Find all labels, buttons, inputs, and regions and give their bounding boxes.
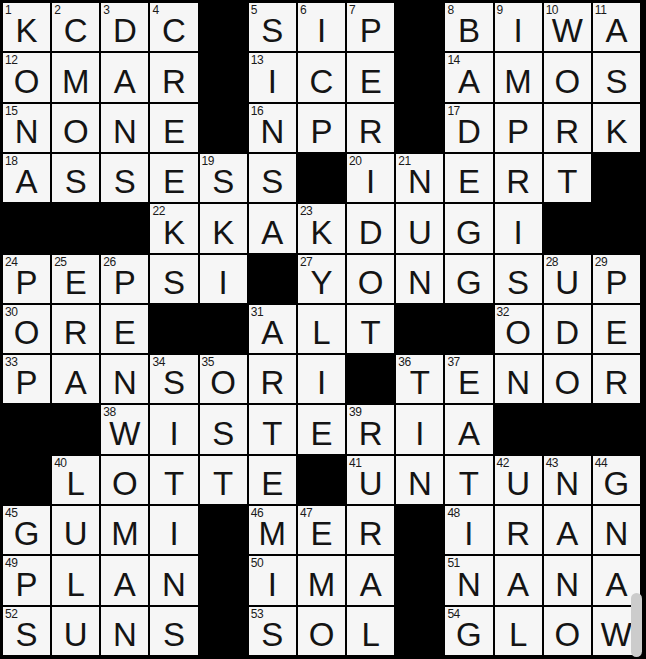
block-cell-r3c5 [200, 104, 247, 152]
cell-letter: N [495, 365, 542, 401]
cell-r8c1[interactable]: 33P [3, 355, 50, 403]
block-cell-r4c13 [593, 154, 640, 202]
cell-r1c2[interactable]: 2C [52, 3, 99, 51]
cell-letter: G [445, 215, 492, 251]
block-cell-r2c9 [396, 53, 443, 101]
cell-letter: N [396, 164, 443, 200]
block-cell-r5c13 [593, 204, 640, 252]
cell-r11c1[interactable]: 45G [3, 506, 50, 554]
block-cell-r13c5 [200, 607, 247, 655]
cell-r6c9[interactable]: N [396, 255, 443, 303]
cell-r10c5[interactable]: T [200, 456, 247, 504]
cell-r8c2[interactable]: A [52, 355, 99, 403]
block-cell-r4c7 [298, 154, 345, 202]
cell-letter: A [3, 164, 50, 200]
cell-r11c8[interactable]: R [347, 506, 394, 554]
cell-r11c2[interactable]: U [52, 506, 99, 554]
cell-r4c4[interactable]: E [150, 154, 197, 202]
cell-letter: L [52, 567, 99, 603]
block-cell-r10c7 [298, 456, 345, 504]
cell-letter: S [3, 617, 50, 653]
cell-letter: L [347, 617, 394, 653]
cell-letter: S [150, 617, 197, 653]
cell-letter: G [593, 466, 640, 502]
cell-r4c10[interactable]: E [445, 154, 492, 202]
cell-letter: E [445, 164, 492, 200]
block-cell-r11c9 [396, 506, 443, 554]
cell-r1c12[interactable]: 10W [544, 3, 591, 51]
cell-letter: P [298, 114, 345, 150]
cell-r6c4[interactable]: S [150, 255, 197, 303]
cell-letter: G [445, 265, 492, 301]
cell-r5c10[interactable]: G [445, 204, 492, 252]
cell-r13c1[interactable]: 52S [3, 607, 50, 655]
cell-r11c4[interactable]: I [150, 506, 197, 554]
cell-r13c7[interactable]: O [298, 607, 345, 655]
cell-letter: M [249, 516, 296, 552]
cell-letter: S [593, 64, 640, 100]
cell-r5c7[interactable]: 23K [298, 204, 345, 252]
cell-letter: I [200, 265, 247, 301]
cell-r13c12[interactable]: O [544, 607, 591, 655]
cell-letter: N [101, 365, 148, 401]
cell-r2c11[interactable]: M [495, 53, 542, 101]
cell-letter: E [347, 64, 394, 100]
cell-r13c2[interactable]: U [52, 607, 99, 655]
cell-letter: A [249, 315, 296, 351]
cell-r2c6[interactable]: 13I [249, 53, 296, 101]
cell-r12c4[interactable]: N [150, 556, 197, 604]
cell-letter: N [249, 114, 296, 150]
cell-r2c10[interactable]: 14A [445, 53, 492, 101]
cell-r8c11[interactable]: N [495, 355, 542, 403]
cell-r1c4[interactable]: 4C [150, 3, 197, 51]
cell-r9c9[interactable]: I [396, 405, 443, 453]
cell-r9c7[interactable]: E [298, 405, 345, 453]
cell-r9c10[interactable]: A [445, 405, 492, 453]
block-cell-r6c6 [249, 255, 296, 303]
cell-r11c6[interactable]: 46M [249, 506, 296, 554]
block-cell-r8c8 [347, 355, 394, 403]
cell-r11c13[interactable]: N [593, 506, 640, 554]
cell-r1c11[interactable]: 9I [495, 3, 542, 51]
crossword-grid: 1K2C3D4C5S6I7P8B9I10W11A12OMAR13ICE14AMO… [3, 3, 640, 655]
cell-letter: O [495, 315, 542, 351]
cell-r5c8[interactable]: D [347, 204, 394, 252]
cell-letter: N [593, 516, 640, 552]
cell-letter: K [3, 13, 50, 49]
cell-letter: M [101, 516, 148, 552]
cell-letter: T [445, 466, 492, 502]
cell-letter: A [101, 567, 148, 603]
cell-letter: S [52, 164, 99, 200]
cell-letter: C [150, 13, 197, 49]
cell-r3c10[interactable]: 17D [445, 104, 492, 152]
cell-letter: S [249, 617, 296, 653]
cell-letter: P [593, 265, 640, 301]
block-cell-r3c9 [396, 104, 443, 152]
cell-letter: O [3, 64, 50, 100]
cell-r7c7[interactable]: L [298, 305, 345, 353]
cell-r2c2[interactable]: M [52, 53, 99, 101]
cell-r2c7[interactable]: C [298, 53, 345, 101]
cell-r10c10[interactable]: T [445, 456, 492, 504]
cell-r1c10[interactable]: 8B [445, 3, 492, 51]
cell-r10c13[interactable]: 44G [593, 456, 640, 504]
cell-r1c7[interactable]: 6I [298, 3, 345, 51]
cell-r6c10[interactable]: G [445, 255, 492, 303]
cell-letter: U [347, 466, 394, 502]
cell-letter: K [150, 215, 197, 251]
cell-r5c4[interactable]: 22K [150, 204, 197, 252]
cell-letter: I [495, 13, 542, 49]
cell-r8c9[interactable]: 36T [396, 355, 443, 403]
cell-r9c6[interactable]: T [249, 405, 296, 453]
cell-r6c1[interactable]: 24P [3, 255, 50, 303]
cell-letter: N [396, 265, 443, 301]
cell-r5c5[interactable]: K [200, 204, 247, 252]
cell-letter: O [544, 64, 591, 100]
cell-r2c8[interactable]: E [347, 53, 394, 101]
cell-r3c7[interactable]: P [298, 104, 345, 152]
cell-letter: R [150, 64, 197, 100]
cell-r3c13[interactable]: K [593, 104, 640, 152]
cell-r12c3[interactable]: A [101, 556, 148, 604]
cell-r9c5[interactable]: S [200, 405, 247, 453]
cell-letter: R [347, 114, 394, 150]
cell-r2c3[interactable]: A [101, 53, 148, 101]
block-cell-r5c2 [52, 204, 99, 252]
block-cell-r9c13 [593, 405, 640, 453]
cell-r1c1[interactable]: 1K [3, 3, 50, 51]
cell-r6c8[interactable]: O [347, 255, 394, 303]
cell-r12c1[interactable]: 49P [3, 556, 50, 604]
cell-letter: T [200, 466, 247, 502]
cell-letter: D [445, 114, 492, 150]
cell-r10c2[interactable]: 40L [52, 456, 99, 504]
cell-r13c11[interactable]: L [495, 607, 542, 655]
cell-letter: O [347, 265, 394, 301]
cell-r6c2[interactable]: 25E [52, 255, 99, 303]
cell-r2c13[interactable]: S [593, 53, 640, 101]
cell-letter: P [3, 567, 50, 603]
cell-letter: N [3, 114, 50, 150]
cell-r3c6[interactable]: 16N [249, 104, 296, 152]
cell-r2c12[interactable]: O [544, 53, 591, 101]
cell-letter: O [200, 365, 247, 401]
block-cell-r9c12 [544, 405, 591, 453]
cell-r11c12[interactable]: A [544, 506, 591, 554]
cell-r11c11[interactable]: R [495, 506, 542, 554]
cell-letter: U [52, 617, 99, 653]
cell-letter: E [150, 114, 197, 150]
cell-letter: O [101, 466, 148, 502]
block-cell-r13c9 [396, 607, 443, 655]
cell-letter: K [200, 215, 247, 251]
cell-r8c12[interactable]: O [544, 355, 591, 403]
cell-letter: E [150, 164, 197, 200]
block-cell-r7c5 [200, 305, 247, 353]
cell-r13c6[interactable]: 53S [249, 607, 296, 655]
block-cell-r9c2 [52, 405, 99, 453]
cell-letter: M [52, 64, 99, 100]
cell-letter: A [101, 64, 148, 100]
block-cell-r7c10 [445, 305, 492, 353]
cell-letter: N [101, 617, 148, 653]
cell-r13c8[interactable]: L [347, 607, 394, 655]
cell-r12c10[interactable]: 51N [445, 556, 492, 604]
cell-r3c2[interactable]: O [52, 104, 99, 152]
cell-letter: S [200, 416, 247, 452]
cell-letter: E [593, 315, 640, 351]
cell-letter: S [200, 164, 247, 200]
cell-letter: A [495, 567, 542, 603]
cell-letter: I [249, 64, 296, 100]
cell-letter: U [52, 516, 99, 552]
cell-letter: T [150, 466, 197, 502]
cell-r6c7[interactable]: 27Y [298, 255, 345, 303]
cell-letter: S [249, 13, 296, 49]
cell-r12c6[interactable]: 50I [249, 556, 296, 604]
cell-r6c12[interactable]: 28U [544, 255, 591, 303]
cell-letter: D [101, 13, 148, 49]
cell-r12c12[interactable]: N [544, 556, 591, 604]
cell-r4c3[interactable]: S [101, 154, 148, 202]
cell-letter: W [544, 13, 591, 49]
cell-letter: I [150, 516, 197, 552]
cell-letter: I [495, 215, 542, 251]
cell-r3c11[interactable]: P [495, 104, 542, 152]
cell-r5c6[interactable]: A [249, 204, 296, 252]
block-cell-r9c1 [3, 405, 50, 453]
cell-letter: N [150, 567, 197, 603]
cell-r7c1[interactable]: 30O [3, 305, 50, 353]
cell-letter: R [347, 516, 394, 552]
cell-r8c6[interactable]: R [249, 355, 296, 403]
cell-letter: I [150, 416, 197, 452]
cell-letter: A [445, 64, 492, 100]
block-cell-r11c5 [200, 506, 247, 554]
cell-letter: P [347, 13, 394, 49]
cell-letter: K [593, 114, 640, 150]
cell-r13c3[interactable]: N [101, 607, 148, 655]
cell-letter: I [249, 567, 296, 603]
block-cell-r7c9 [396, 305, 443, 353]
cell-r10c8[interactable]: 41U [347, 456, 394, 504]
cell-r1c8[interactable]: 7P [347, 3, 394, 51]
block-cell-r2c5 [200, 53, 247, 101]
cell-letter: A [249, 215, 296, 251]
cell-letter: D [544, 315, 591, 351]
cell-letter: B [445, 13, 492, 49]
cell-r3c4[interactable]: E [150, 104, 197, 152]
cell-letter: N [396, 466, 443, 502]
cell-letter: U [495, 466, 542, 502]
cell-r8c4[interactable]: 34S [150, 355, 197, 403]
block-cell-r1c5 [200, 3, 247, 51]
cell-r7c3[interactable]: E [101, 305, 148, 353]
block-cell-r5c3 [101, 204, 148, 252]
cell-letter: D [347, 215, 394, 251]
cell-letter: E [101, 315, 148, 351]
cell-r7c2[interactable]: R [52, 305, 99, 353]
cell-r1c3[interactable]: 3D [101, 3, 148, 51]
cell-letter: R [52, 315, 99, 351]
block-cell-r7c4 [150, 305, 197, 353]
cell-letter: A [593, 13, 640, 49]
cell-r3c1[interactable]: 15N [3, 104, 50, 152]
cell-r11c10[interactable]: 48I [445, 506, 492, 554]
cell-r13c4[interactable]: S [150, 607, 197, 655]
cell-r2c4[interactable]: R [150, 53, 197, 101]
cell-letter: I [396, 416, 443, 452]
cell-letter: C [298, 64, 345, 100]
cell-r3c3[interactable]: N [101, 104, 148, 152]
cell-r10c9[interactable]: N [396, 456, 443, 504]
cell-letter: M [298, 567, 345, 603]
cell-r8c7[interactable]: I [298, 355, 345, 403]
cell-r9c3[interactable]: 38W [101, 405, 148, 453]
cell-letter: N [544, 466, 591, 502]
cell-r1c13[interactable]: 11A [593, 3, 640, 51]
cell-r10c12[interactable]: 43N [544, 456, 591, 504]
cell-r4c6[interactable]: S [249, 154, 296, 202]
cell-letter: S [101, 164, 148, 200]
cell-letter: I [298, 365, 345, 401]
block-cell-r9c11 [495, 405, 542, 453]
cell-r2c1[interactable]: 12O [3, 53, 50, 101]
cell-letter: A [544, 516, 591, 552]
cell-r7c13[interactable]: E [593, 305, 640, 353]
cell-r3c8[interactable]: R [347, 104, 394, 152]
cell-letter: I [347, 164, 394, 200]
cell-r4c5[interactable]: 19S [200, 154, 247, 202]
cell-letter: U [544, 265, 591, 301]
cell-letter: O [544, 365, 591, 401]
cell-letter: O [544, 617, 591, 653]
cell-r11c3[interactable]: M [101, 506, 148, 554]
cell-r3c12[interactable]: R [544, 104, 591, 152]
block-cell-r12c5 [200, 556, 247, 604]
cell-r9c4[interactable]: I [150, 405, 197, 453]
cell-letter: M [495, 64, 542, 100]
cell-r10c6[interactable]: E [249, 456, 296, 504]
cell-r4c9[interactable]: 21N [396, 154, 443, 202]
cell-r4c1[interactable]: 18A [3, 154, 50, 202]
cell-letter: R [593, 365, 640, 401]
cell-r6c3[interactable]: 26P [101, 255, 148, 303]
crossword-board: 1K2C3D4C5S6I7P8B9I10W11A12OMAR13ICE14AMO… [0, 0, 646, 659]
cell-r5c9[interactable]: U [396, 204, 443, 252]
cell-letter: S [249, 164, 296, 200]
cell-r12c8[interactable]: A [347, 556, 394, 604]
cell-r7c11[interactable]: 32O [495, 305, 542, 353]
cell-letter: N [544, 567, 591, 603]
cell-letter: N [445, 567, 492, 603]
block-cell-r5c12 [544, 204, 591, 252]
cell-letter: G [3, 516, 50, 552]
cell-letter: K [298, 215, 345, 251]
cell-r8c3[interactable]: N [101, 355, 148, 403]
cell-letter: E [298, 516, 345, 552]
cell-r12c7[interactable]: M [298, 556, 345, 604]
cell-r4c12[interactable]: T [544, 154, 591, 202]
cell-letter: S [150, 365, 197, 401]
cell-letter: R [544, 114, 591, 150]
cell-r10c3[interactable]: O [101, 456, 148, 504]
cell-letter: R [249, 365, 296, 401]
block-cell-r10c1 [3, 456, 50, 504]
cell-letter: G [445, 617, 492, 653]
cell-letter: E [298, 416, 345, 452]
cell-r8c5[interactable]: 35O [200, 355, 247, 403]
cell-r10c4[interactable]: T [150, 456, 197, 504]
cell-letter: P [101, 265, 148, 301]
cell-letter: T [544, 164, 591, 200]
cell-letter: I [298, 13, 345, 49]
cell-r13c10[interactable]: 54G [445, 607, 492, 655]
cell-r7c8[interactable]: T [347, 305, 394, 353]
cell-r4c11[interactable]: R [495, 154, 542, 202]
cell-letter: E [249, 466, 296, 502]
cell-r8c10[interactable]: 37E [445, 355, 492, 403]
cell-letter: O [3, 315, 50, 351]
block-cell-r1c9 [396, 3, 443, 51]
cell-letter: N [101, 114, 148, 150]
cell-letter: A [445, 416, 492, 452]
cell-r7c12[interactable]: D [544, 305, 591, 353]
cell-r4c2[interactable]: S [52, 154, 99, 202]
cell-r6c5[interactable]: I [200, 255, 247, 303]
cell-letter: P [3, 365, 50, 401]
cell-letter: O [298, 617, 345, 653]
scrollbar-thumb[interactable] [631, 593, 642, 657]
cell-r6c13[interactable]: 29P [593, 255, 640, 303]
cell-r6c11[interactable]: S [495, 255, 542, 303]
cell-letter: W [101, 416, 148, 452]
cell-letter: I [445, 516, 492, 552]
cell-r8c13[interactable]: R [593, 355, 640, 403]
cell-letter: A [52, 365, 99, 401]
cell-letter: R [495, 164, 542, 200]
cell-letter: P [495, 114, 542, 150]
cell-r9c8[interactable]: 39R [347, 405, 394, 453]
cell-letter: S [495, 265, 542, 301]
cell-r1c6[interactable]: 5S [249, 3, 296, 51]
cell-letter: R [347, 416, 394, 452]
cell-r7c6[interactable]: 31A [249, 305, 296, 353]
cell-letter: E [445, 365, 492, 401]
cell-r10c11[interactable]: 42U [495, 456, 542, 504]
block-cell-r5c1 [3, 204, 50, 252]
cell-r11c7[interactable]: 47E [298, 506, 345, 554]
cell-letter: L [495, 617, 542, 653]
cell-letter: C [52, 13, 99, 49]
cell-letter: T [249, 416, 296, 452]
cell-letter: L [52, 466, 99, 502]
cell-letter: S [150, 265, 197, 301]
cell-r4c8[interactable]: 20I [347, 154, 394, 202]
cell-letter: T [347, 315, 394, 351]
cell-letter: U [396, 215, 443, 251]
cell-letter: O [52, 114, 99, 150]
cell-letter: A [347, 567, 394, 603]
cell-r12c11[interactable]: A [495, 556, 542, 604]
cell-r5c11[interactable]: I [495, 204, 542, 252]
cell-letter: P [3, 265, 50, 301]
cell-r12c2[interactable]: L [52, 556, 99, 604]
cell-letter: L [298, 315, 345, 351]
